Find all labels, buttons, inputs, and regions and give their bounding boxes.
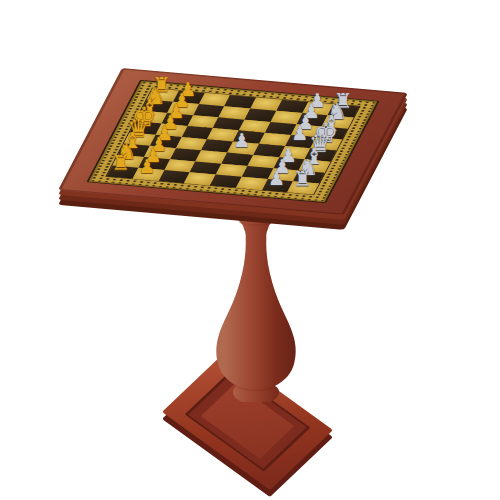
square: ♜ [287,181,319,194]
pedestal-column [208,202,304,402]
product-photo[interactable]: ♜♟♟♜♞♟♟♞♝♟♟♝♚♟♟♚♛♟♟♛♝♟♟♝♞♟♟♞♜♟♟♜ [0,0,500,500]
chess-board: ♜♟♟♜♞♟♟♞♝♟♟♝♚♟♟♚♛♟♟♛♝♟♟♝♞♟♟♞♜♟♟♜ [105,88,360,195]
pedestal-silhouette [216,202,295,402]
tabletop-frame: ♜♟♟♜♞♟♟♞♝♟♟♝♚♟♟♚♛♟♟♛♝♟♟♝♞♟♟♞♜♟♟♜ [58,68,408,215]
piece-gold-rook: ♜ [144,55,180,97]
